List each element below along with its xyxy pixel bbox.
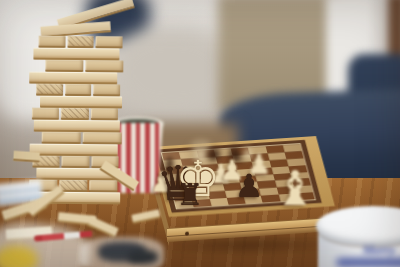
jenga-block-end xyxy=(36,84,63,96)
jenga-block-end xyxy=(65,84,92,96)
chess-piece-e4: ♟ xyxy=(235,170,264,202)
jenga-block-end xyxy=(61,108,88,120)
chess-piece-g4: ♝ xyxy=(273,164,316,212)
jenga-block-end xyxy=(93,84,120,96)
jenga-block-end xyxy=(91,108,118,120)
jenga-row xyxy=(34,120,120,133)
jenga-row xyxy=(45,60,123,73)
jenga-block-end xyxy=(62,156,89,168)
jenga-block-end xyxy=(96,36,123,48)
jenga-block-end xyxy=(85,60,123,72)
jenga-row xyxy=(30,144,118,157)
jenga-row xyxy=(40,96,122,109)
dark-pieces-in-bag xyxy=(128,250,158,264)
mug-text: Merry xyxy=(344,242,400,258)
jenga-block-end xyxy=(83,132,122,144)
jenga-block-end xyxy=(67,36,94,48)
jenga-row xyxy=(29,180,117,193)
jenga-block-end xyxy=(89,180,117,192)
mug-text-blurred-line xyxy=(336,258,400,267)
jenga-row xyxy=(32,108,118,121)
photo-scene: ♛♚♞♟♝♟♟♟♟♛♚♜♟♝ Merry xyxy=(0,0,400,267)
jenga-protruding-block xyxy=(13,151,40,163)
jenga-row xyxy=(29,72,117,85)
jenga-row xyxy=(36,84,120,97)
jenga-block-end xyxy=(42,132,81,144)
jenga-block-end xyxy=(32,108,59,120)
white-mug: Merry xyxy=(316,206,400,267)
jenga-row xyxy=(33,48,119,61)
chess-piece-b4: ♜ xyxy=(177,180,204,210)
jenga-block-end xyxy=(45,60,83,72)
jenga-row xyxy=(39,36,123,49)
jenga-block-end xyxy=(39,36,66,48)
jenga-row xyxy=(42,132,122,145)
